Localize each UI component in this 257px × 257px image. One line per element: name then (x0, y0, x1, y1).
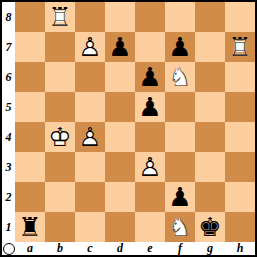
square-f7[interactable]: ♟ (165, 32, 195, 62)
square-b8[interactable]: ♜♖ (45, 2, 75, 32)
black-rook-a1-icon: ♜ (15, 212, 45, 242)
square-e5[interactable]: ♟ (135, 92, 165, 122)
square-c7[interactable]: ♟♙ (75, 32, 105, 62)
square-a5[interactable] (15, 92, 45, 122)
square-h6[interactable] (225, 62, 255, 92)
square-d1[interactable] (105, 212, 135, 242)
white-knight-fill: ♞ (165, 212, 195, 242)
square-d6[interactable] (105, 62, 135, 92)
black-pawn-e6-icon: ♟ (135, 62, 165, 92)
black-king-g1-icon: ♚ (195, 212, 225, 242)
square-g7[interactable] (195, 32, 225, 62)
square-h8[interactable] (225, 2, 255, 32)
white-pawn-c7-icon: ♙ (75, 32, 105, 62)
square-g6[interactable] (195, 62, 225, 92)
rank-label-2: 2 (2, 182, 15, 212)
white-pawn-c4-icon: ♙ (75, 122, 105, 152)
black-pawn-f7-icon: ♟ (165, 32, 195, 62)
file-label-d: d (105, 242, 135, 255)
square-b1[interactable] (45, 212, 75, 242)
square-c8[interactable] (75, 2, 105, 32)
rank-label-6: 6 (2, 62, 15, 92)
square-a2[interactable] (15, 182, 45, 212)
square-c3[interactable] (75, 152, 105, 182)
square-e8[interactable] (135, 2, 165, 32)
square-g4[interactable] (195, 122, 225, 152)
square-d7[interactable]: ♟ (105, 32, 135, 62)
square-h2[interactable] (225, 182, 255, 212)
white-knight-f1-icon: ♘ (165, 212, 195, 242)
white-king-fill: ♚ (45, 122, 75, 152)
square-h4[interactable] (225, 122, 255, 152)
rank-label-5: 5 (2, 92, 15, 122)
white-pawn-e3-icon: ♙ (135, 152, 165, 182)
white-rook-b8-icon: ♖ (45, 2, 75, 32)
square-h7[interactable]: ♜♖ (225, 32, 255, 62)
square-a4[interactable] (15, 122, 45, 152)
square-e2[interactable] (135, 182, 165, 212)
square-f4[interactable] (165, 122, 195, 152)
square-d5[interactable] (105, 92, 135, 122)
rank-label-3: 3 (2, 152, 15, 182)
white-pawn-fill: ♟ (75, 122, 105, 152)
white-king-b4-icon: ♔ (45, 122, 75, 152)
chess-diagram: 87654321 ♜♖♟♙♟♟♜♖♟♞♘♟♚♔♟♙♟♙♟♜♞♘♚ abcdefg… (0, 0, 257, 257)
square-g5[interactable] (195, 92, 225, 122)
square-b5[interactable] (45, 92, 75, 122)
square-f8[interactable] (165, 2, 195, 32)
square-h3[interactable] (225, 152, 255, 182)
white-to-move-indicator (3, 243, 15, 255)
square-c6[interactable] (75, 62, 105, 92)
square-d4[interactable] (105, 122, 135, 152)
white-knight-f6-icon: ♘ (165, 62, 195, 92)
white-knight-fill: ♞ (165, 62, 195, 92)
file-label-g: g (195, 242, 225, 255)
square-c2[interactable] (75, 182, 105, 212)
square-h5[interactable] (225, 92, 255, 122)
square-e7[interactable] (135, 32, 165, 62)
rank-label-1: 1 (2, 212, 15, 242)
square-d3[interactable] (105, 152, 135, 182)
square-h1[interactable] (225, 212, 255, 242)
square-g3[interactable] (195, 152, 225, 182)
square-a8[interactable] (15, 2, 45, 32)
square-a3[interactable] (15, 152, 45, 182)
file-label-b: b (45, 242, 75, 255)
file-label-e: e (135, 242, 165, 255)
file-label-c: c (75, 242, 105, 255)
square-d8[interactable] (105, 2, 135, 32)
square-e4[interactable] (135, 122, 165, 152)
square-c4[interactable]: ♟♙ (75, 122, 105, 152)
square-e3[interactable]: ♟♙ (135, 152, 165, 182)
square-a6[interactable] (15, 62, 45, 92)
square-g2[interactable] (195, 182, 225, 212)
square-f2[interactable]: ♟ (165, 182, 195, 212)
square-c1[interactable] (75, 212, 105, 242)
rank-label-8: 8 (2, 2, 15, 32)
square-c5[interactable] (75, 92, 105, 122)
file-label-a: a (15, 242, 45, 255)
square-b4[interactable]: ♚♔ (45, 122, 75, 152)
chess-board: ♜♖♟♙♟♟♜♖♟♞♘♟♚♔♟♙♟♙♟♜♞♘♚ (15, 2, 255, 242)
square-g1[interactable]: ♚ (195, 212, 225, 242)
square-f5[interactable] (165, 92, 195, 122)
corner-cell (2, 242, 15, 255)
square-d2[interactable] (105, 182, 135, 212)
white-pawn-fill: ♟ (135, 152, 165, 182)
square-e1[interactable] (135, 212, 165, 242)
square-b3[interactable] (45, 152, 75, 182)
black-pawn-f2-icon: ♟ (165, 182, 195, 212)
square-b2[interactable] (45, 182, 75, 212)
black-pawn-d7-icon: ♟ (105, 32, 135, 62)
black-pawn-e5-icon: ♟ (135, 92, 165, 122)
square-f3[interactable] (165, 152, 195, 182)
white-rook-fill: ♜ (45, 2, 75, 32)
file-label-h: h (225, 242, 255, 255)
square-g8[interactable] (195, 2, 225, 32)
square-a7[interactable] (15, 32, 45, 62)
white-rook-fill: ♜ (225, 32, 255, 62)
square-b7[interactable] (45, 32, 75, 62)
file-labels: abcdefgh (15, 242, 255, 255)
square-f6[interactable]: ♞♘ (165, 62, 195, 92)
square-e6[interactable]: ♟ (135, 62, 165, 92)
rank-label-4: 4 (2, 122, 15, 152)
square-f1[interactable]: ♞♘ (165, 212, 195, 242)
rank-label-7: 7 (2, 32, 15, 62)
rank-labels: 87654321 (2, 2, 15, 242)
white-rook-h7-icon: ♖ (225, 32, 255, 62)
file-label-f: f (165, 242, 195, 255)
square-b6[interactable] (45, 62, 75, 92)
square-a1[interactable]: ♜ (15, 212, 45, 242)
white-pawn-fill: ♟ (75, 32, 105, 62)
